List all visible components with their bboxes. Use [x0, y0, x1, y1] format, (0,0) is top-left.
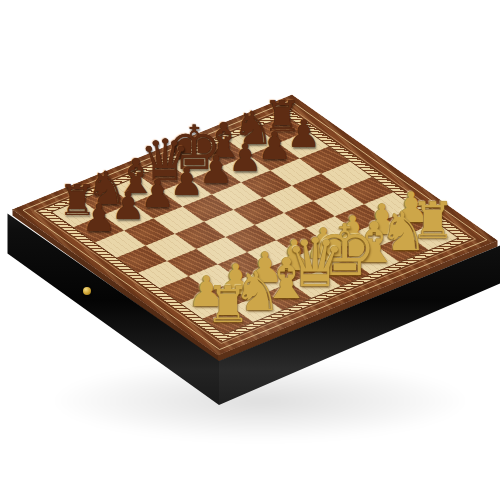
brass-latch — [83, 287, 91, 295]
chess-set-product-photo: ♜♞♝♛♚♝♞♜♟♟♟♟♟♟♟♟♟♟♟♟♟♟♟♟♜♞♝♛♚♝♞♜ — [0, 0, 500, 500]
chessboard — [13, 95, 498, 355]
